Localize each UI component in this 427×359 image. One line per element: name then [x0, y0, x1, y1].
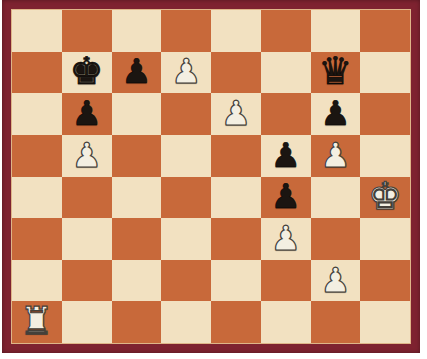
square-d5[interactable] [161, 135, 211, 177]
white-pawn-piece[interactable]: ♟ [71, 138, 101, 172]
square-h2[interactable] [360, 260, 410, 302]
square-d7[interactable]: ♟ [161, 52, 211, 94]
square-e2[interactable] [211, 260, 261, 302]
square-b3[interactable] [62, 218, 112, 260]
square-g3[interactable] [311, 218, 361, 260]
square-c7[interactable]: ♟ [112, 52, 162, 94]
square-e5[interactable] [211, 135, 261, 177]
square-c1[interactable] [112, 301, 162, 343]
square-b7[interactable]: ♚ [62, 52, 112, 94]
chess-board: ♚♟♟♛♟♟♟♟♟♟♟♚♟♟♜ [11, 9, 411, 344]
square-g4[interactable] [311, 177, 361, 219]
white-rook-piece[interactable]: ♜ [20, 302, 54, 340]
square-d4[interactable] [161, 177, 211, 219]
chess-board-frame: ♚♟♟♛♟♟♟♟♟♟♟♚♟♟♜ [2, 0, 420, 353]
square-a8[interactable] [12, 10, 62, 52]
square-c8[interactable] [112, 10, 162, 52]
square-e1[interactable] [211, 301, 261, 343]
black-queen-piece[interactable]: ♛ [318, 52, 352, 90]
white-pawn-piece[interactable]: ♟ [171, 54, 201, 88]
white-pawn-piece[interactable]: ♟ [320, 138, 350, 172]
square-g7[interactable]: ♛ [311, 52, 361, 94]
square-a4[interactable] [12, 177, 62, 219]
square-c3[interactable] [112, 218, 162, 260]
square-h1[interactable] [360, 301, 410, 343]
square-c2[interactable] [112, 260, 162, 302]
square-a2[interactable] [12, 260, 62, 302]
black-pawn-piece[interactable]: ♟ [71, 96, 101, 130]
black-pawn-piece[interactable]: ♟ [320, 96, 350, 130]
square-d6[interactable] [161, 93, 211, 135]
black-pawn-piece[interactable]: ♟ [270, 179, 300, 213]
square-g5[interactable]: ♟ [311, 135, 361, 177]
square-b5[interactable]: ♟ [62, 135, 112, 177]
black-pawn-piece[interactable]: ♟ [270, 138, 300, 172]
square-c4[interactable] [112, 177, 162, 219]
square-b4[interactable] [62, 177, 112, 219]
square-b8[interactable] [62, 10, 112, 52]
square-a7[interactable] [12, 52, 62, 94]
square-f7[interactable] [261, 52, 311, 94]
page: ♚♟♟♛♟♟♟♟♟♟♟♚♟♟♜ [0, 0, 427, 359]
square-h7[interactable] [360, 52, 410, 94]
square-a1[interactable]: ♜ [12, 301, 62, 343]
square-g2[interactable]: ♟ [311, 260, 361, 302]
square-f1[interactable] [261, 301, 311, 343]
white-pawn-piece[interactable]: ♟ [270, 221, 300, 255]
square-e4[interactable] [211, 177, 261, 219]
square-c5[interactable] [112, 135, 162, 177]
white-pawn-piece[interactable]: ♟ [221, 96, 251, 130]
square-f3[interactable]: ♟ [261, 218, 311, 260]
square-f4[interactable]: ♟ [261, 177, 311, 219]
square-b2[interactable] [62, 260, 112, 302]
square-c6[interactable] [112, 93, 162, 135]
square-h3[interactable] [360, 218, 410, 260]
square-h6[interactable] [360, 93, 410, 135]
square-a3[interactable] [12, 218, 62, 260]
square-d2[interactable] [161, 260, 211, 302]
square-d8[interactable] [161, 10, 211, 52]
square-e3[interactable] [211, 218, 261, 260]
square-g8[interactable] [311, 10, 361, 52]
square-e7[interactable] [211, 52, 261, 94]
square-g1[interactable] [311, 301, 361, 343]
square-e8[interactable] [211, 10, 261, 52]
white-pawn-piece[interactable]: ♟ [320, 263, 350, 297]
square-h5[interactable] [360, 135, 410, 177]
square-g6[interactable]: ♟ [311, 93, 361, 135]
square-a5[interactable] [12, 135, 62, 177]
square-h4[interactable]: ♚ [360, 177, 410, 219]
square-b6[interactable]: ♟ [62, 93, 112, 135]
square-f8[interactable] [261, 10, 311, 52]
square-d1[interactable] [161, 301, 211, 343]
square-f6[interactable] [261, 93, 311, 135]
square-a6[interactable] [12, 93, 62, 135]
square-f5[interactable]: ♟ [261, 135, 311, 177]
black-pawn-piece[interactable]: ♟ [121, 54, 151, 88]
square-b1[interactable] [62, 301, 112, 343]
square-e6[interactable]: ♟ [211, 93, 261, 135]
square-d3[interactable] [161, 218, 211, 260]
square-h8[interactable] [360, 10, 410, 52]
square-f2[interactable] [261, 260, 311, 302]
black-king-piece[interactable]: ♚ [70, 52, 104, 90]
white-king-piece[interactable]: ♚ [368, 177, 402, 215]
